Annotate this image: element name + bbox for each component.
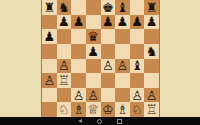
black-pawn: ♟ xyxy=(131,15,143,28)
black-queen: ♛ xyxy=(87,30,99,43)
white-pawn: ♙ xyxy=(87,88,99,101)
square-a1[interactable] xyxy=(42,102,57,117)
square-e8[interactable]: ♚ xyxy=(101,0,116,15)
square-b6[interactable] xyxy=(57,29,72,44)
square-b3[interactable]: ♖ xyxy=(57,73,72,88)
square-c8[interactable] xyxy=(71,0,86,15)
black-knight: ♞ xyxy=(58,0,70,13)
android-nav-bar xyxy=(0,117,200,125)
square-f8[interactable]: ♝ xyxy=(115,0,130,15)
square-c6[interactable] xyxy=(71,29,86,44)
square-f1[interactable]: ♗ xyxy=(115,102,130,117)
square-g4[interactable]: ♝ xyxy=(130,59,145,74)
white-rook: ♖ xyxy=(146,103,158,116)
black-rook: ♜ xyxy=(146,0,158,13)
square-d6[interactable]: ♛ xyxy=(86,29,101,44)
square-g3[interactable] xyxy=(130,73,145,88)
black-bishop: ♝ xyxy=(117,0,129,13)
square-b8[interactable]: ♞ xyxy=(57,0,72,15)
white-pawn: ♙ xyxy=(117,59,129,72)
square-g5[interactable] xyxy=(130,44,145,59)
square-e7[interactable]: ♟ xyxy=(101,15,116,30)
white-rook: ♖ xyxy=(58,73,70,86)
square-g2[interactable]: ♙ xyxy=(130,88,145,103)
square-d5[interactable]: ♟ xyxy=(86,44,101,59)
square-h6[interactable] xyxy=(144,29,159,44)
square-b4[interactable]: ♙ xyxy=(57,59,72,74)
square-a3[interactable]: ♙ xyxy=(42,73,57,88)
square-d4[interactable] xyxy=(86,59,101,74)
square-g1[interactable]: ♘ xyxy=(130,102,145,117)
square-d3[interactable] xyxy=(86,73,101,88)
square-c2[interactable]: ♙ xyxy=(71,88,86,103)
back-icon[interactable] xyxy=(78,119,82,123)
black-pawn: ♟ xyxy=(43,30,55,43)
black-pawn: ♟ xyxy=(146,15,158,28)
square-b5[interactable] xyxy=(57,44,72,59)
white-bishop: ♗ xyxy=(117,103,129,116)
white-bishop: ♗ xyxy=(73,103,85,116)
white-pawn: ♙ xyxy=(131,88,143,101)
square-e3[interactable] xyxy=(101,73,116,88)
square-b7[interactable]: ♟ xyxy=(57,15,72,30)
square-d8[interactable] xyxy=(86,0,101,15)
square-e6[interactable] xyxy=(101,29,116,44)
home-icon[interactable] xyxy=(97,119,102,124)
square-d7[interactable] xyxy=(86,15,101,30)
square-f5[interactable] xyxy=(115,44,130,59)
tablet-screen: ♜♞♚♝♜♟♟♟♟♟♟♟♛♟♞♙♙♙♝♙♖♙♙♙♙♘♗♕♔♗♘♖ xyxy=(0,0,200,125)
recents-icon[interactable] xyxy=(117,119,122,124)
square-e5[interactable] xyxy=(101,44,116,59)
black-pawn: ♟ xyxy=(73,15,85,28)
black-pawn: ♟ xyxy=(87,44,99,57)
square-d2[interactable]: ♙ xyxy=(86,88,101,103)
square-h4[interactable] xyxy=(144,59,159,74)
white-pawn: ♙ xyxy=(43,73,55,86)
square-h1[interactable]: ♖ xyxy=(144,102,159,117)
square-h8[interactable]: ♜ xyxy=(144,0,159,15)
white-pawn: ♙ xyxy=(58,59,70,72)
black-pawn: ♟ xyxy=(102,15,114,28)
square-a2[interactable] xyxy=(42,88,57,103)
square-e1[interactable]: ♔ xyxy=(101,102,116,117)
white-knight: ♘ xyxy=(131,103,143,116)
black-rook: ♜ xyxy=(43,0,55,13)
square-c7[interactable]: ♟ xyxy=(71,15,86,30)
square-b2[interactable] xyxy=(57,88,72,103)
white-pawn: ♙ xyxy=(73,88,85,101)
square-a6[interactable]: ♟ xyxy=(42,29,57,44)
white-king: ♔ xyxy=(102,103,114,116)
white-pawn: ♙ xyxy=(102,59,114,72)
square-a8[interactable]: ♜ xyxy=(42,0,57,15)
black-king: ♚ xyxy=(102,0,114,13)
black-pawn: ♟ xyxy=(58,15,70,28)
square-c3[interactable] xyxy=(71,73,86,88)
black-bishop: ♝ xyxy=(131,59,143,72)
square-e4[interactable]: ♙ xyxy=(101,59,116,74)
square-c1[interactable]: ♗ xyxy=(71,102,86,117)
square-e2[interactable] xyxy=(101,88,116,103)
white-knight: ♘ xyxy=(58,103,70,116)
square-f7[interactable]: ♟ xyxy=(115,15,130,30)
square-f4[interactable]: ♙ xyxy=(115,59,130,74)
square-c4[interactable] xyxy=(71,59,86,74)
square-c5[interactable] xyxy=(71,44,86,59)
square-a4[interactable] xyxy=(42,59,57,74)
square-g7[interactable]: ♟ xyxy=(130,15,145,30)
square-g8[interactable] xyxy=(130,0,145,15)
white-pawn: ♙ xyxy=(146,88,158,101)
square-h3[interactable] xyxy=(144,73,159,88)
square-a7[interactable] xyxy=(42,15,57,30)
square-h7[interactable]: ♟ xyxy=(144,15,159,30)
square-b1[interactable]: ♘ xyxy=(57,102,72,117)
chess-board: ♜♞♚♝♜♟♟♟♟♟♟♟♛♟♞♙♙♙♝♙♖♙♙♙♙♘♗♕♔♗♘♖ xyxy=(41,0,160,117)
square-g6[interactable] xyxy=(130,29,145,44)
square-f3[interactable] xyxy=(115,73,130,88)
square-d1[interactable]: ♕ xyxy=(86,102,101,117)
white-queen: ♕ xyxy=(87,103,99,116)
square-h5[interactable]: ♞ xyxy=(144,44,159,59)
square-h2[interactable]: ♙ xyxy=(144,88,159,103)
black-pawn: ♟ xyxy=(117,15,129,28)
square-a5[interactable] xyxy=(42,44,57,59)
square-f6[interactable] xyxy=(115,29,130,44)
square-f2[interactable] xyxy=(115,88,130,103)
black-knight: ♞ xyxy=(146,44,158,57)
